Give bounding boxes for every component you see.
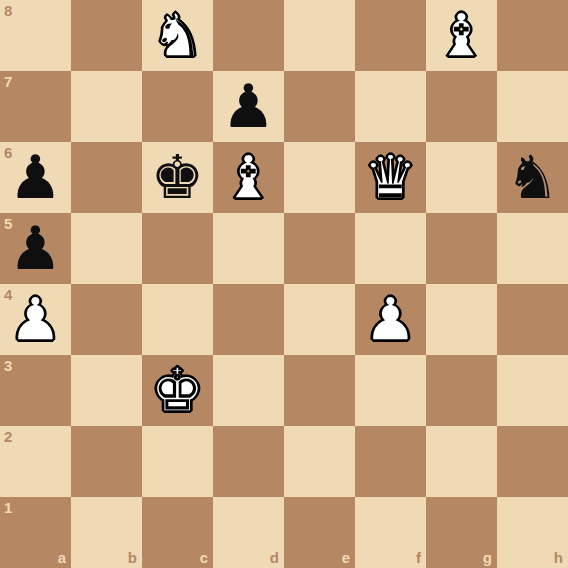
square-e3[interactable] — [284, 355, 355, 426]
square-e4[interactable] — [284, 284, 355, 355]
white-knight-c8[interactable]: ♞ — [151, 0, 205, 71]
square-a1[interactable]: 1a — [0, 497, 71, 568]
black-knight-h6[interactable]: ♞ — [506, 142, 560, 213]
square-b5[interactable] — [71, 213, 142, 284]
rank-label-8: 8 — [4, 3, 12, 18]
square-g5[interactable] — [426, 213, 497, 284]
square-c4[interactable] — [142, 284, 213, 355]
square-a3[interactable]: 3 — [0, 355, 71, 426]
square-e1[interactable]: e — [284, 497, 355, 568]
square-f6[interactable]: ♛ — [355, 142, 426, 213]
square-b4[interactable] — [71, 284, 142, 355]
file-label-c: c — [200, 550, 208, 565]
square-b1[interactable]: b — [71, 497, 142, 568]
file-label-d: d — [270, 550, 279, 565]
square-c6[interactable]: ♚ — [142, 142, 213, 213]
square-a2[interactable]: 2 — [0, 426, 71, 497]
square-a7[interactable]: 7 — [0, 71, 71, 142]
square-h6[interactable]: ♞ — [497, 142, 568, 213]
square-d4[interactable] — [213, 284, 284, 355]
square-f2[interactable] — [355, 426, 426, 497]
square-f8[interactable] — [355, 0, 426, 71]
square-h2[interactable] — [497, 426, 568, 497]
rank-label-1: 1 — [4, 500, 12, 515]
square-g8[interactable]: ♝ — [426, 0, 497, 71]
square-a8[interactable]: 8 — [0, 0, 71, 71]
square-c7[interactable] — [142, 71, 213, 142]
square-b8[interactable] — [71, 0, 142, 71]
square-e6[interactable] — [284, 142, 355, 213]
square-e5[interactable] — [284, 213, 355, 284]
square-f1[interactable]: f — [355, 497, 426, 568]
file-label-g: g — [483, 550, 492, 565]
square-d6[interactable]: ♝ — [213, 142, 284, 213]
square-f4[interactable]: ♟ — [355, 284, 426, 355]
square-c1[interactable]: c — [142, 497, 213, 568]
square-c5[interactable] — [142, 213, 213, 284]
square-f5[interactable] — [355, 213, 426, 284]
square-g4[interactable] — [426, 284, 497, 355]
square-a5[interactable]: 5♟ — [0, 213, 71, 284]
file-label-h: h — [554, 550, 563, 565]
square-d8[interactable] — [213, 0, 284, 71]
square-d2[interactable] — [213, 426, 284, 497]
black-king-c6[interactable]: ♚ — [151, 142, 205, 213]
black-pawn-d7[interactable]: ♟ — [222, 71, 276, 142]
square-a6[interactable]: 6♟ — [0, 142, 71, 213]
square-b2[interactable] — [71, 426, 142, 497]
square-h8[interactable] — [497, 0, 568, 71]
white-bishop-g8[interactable]: ♝ — [435, 0, 489, 71]
file-label-e: e — [342, 550, 350, 565]
square-g1[interactable]: g — [426, 497, 497, 568]
square-d7[interactable]: ♟ — [213, 71, 284, 142]
white-bishop-d6[interactable]: ♝ — [222, 142, 276, 213]
square-c2[interactable] — [142, 426, 213, 497]
square-c3[interactable]: ♚ — [142, 355, 213, 426]
square-b6[interactable] — [71, 142, 142, 213]
white-pawn-a4[interactable]: ♟ — [9, 284, 63, 355]
square-a4[interactable]: 4♟ — [0, 284, 71, 355]
square-g6[interactable] — [426, 142, 497, 213]
square-f7[interactable] — [355, 71, 426, 142]
square-g2[interactable] — [426, 426, 497, 497]
chess-board: 8♞♝7♟6♟♚♝♛♞5♟4♟♟3♚21abcdefgh — [0, 0, 568, 568]
file-label-b: b — [128, 550, 137, 565]
square-h3[interactable] — [497, 355, 568, 426]
rank-label-7: 7 — [4, 74, 12, 89]
square-g3[interactable] — [426, 355, 497, 426]
square-b3[interactable] — [71, 355, 142, 426]
black-pawn-a5[interactable]: ♟ — [9, 213, 63, 284]
white-queen-f6[interactable]: ♛ — [364, 142, 418, 213]
square-d1[interactable]: d — [213, 497, 284, 568]
file-label-a: a — [58, 550, 66, 565]
square-d5[interactable] — [213, 213, 284, 284]
square-d3[interactable] — [213, 355, 284, 426]
white-king-c3[interactable]: ♚ — [151, 355, 205, 426]
square-h7[interactable] — [497, 71, 568, 142]
black-pawn-a6[interactable]: ♟ — [9, 142, 63, 213]
square-e8[interactable] — [284, 0, 355, 71]
square-h1[interactable]: h — [497, 497, 568, 568]
square-h5[interactable] — [497, 213, 568, 284]
rank-label-3: 3 — [4, 358, 12, 373]
square-b7[interactable] — [71, 71, 142, 142]
square-h4[interactable] — [497, 284, 568, 355]
square-e2[interactable] — [284, 426, 355, 497]
square-c8[interactable]: ♞ — [142, 0, 213, 71]
square-e7[interactable] — [284, 71, 355, 142]
square-f3[interactable] — [355, 355, 426, 426]
file-label-f: f — [416, 550, 421, 565]
white-pawn-f4[interactable]: ♟ — [364, 284, 418, 355]
square-g7[interactable] — [426, 71, 497, 142]
rank-label-2: 2 — [4, 429, 12, 444]
